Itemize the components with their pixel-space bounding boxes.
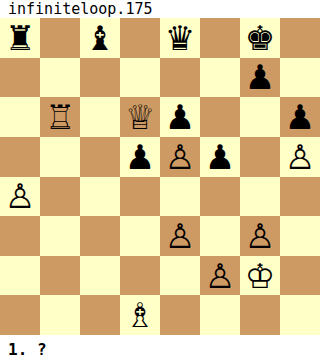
square-h1[interactable] <box>280 295 320 335</box>
piece-white-bishop: ♗ <box>125 298 155 332</box>
square-e8[interactable]: ♛ <box>160 18 200 58</box>
piece-black-king: ♚ <box>245 21 275 55</box>
square-c1[interactable] <box>80 295 120 335</box>
square-e1[interactable] <box>160 295 200 335</box>
square-a1[interactable] <box>0 295 40 335</box>
square-d4[interactable] <box>120 177 160 217</box>
square-g8[interactable]: ♚ <box>240 18 280 58</box>
square-c2[interactable] <box>80 256 120 296</box>
square-d8[interactable] <box>120 18 160 58</box>
piece-black-pawn: ♟ <box>165 100 195 134</box>
square-b8[interactable] <box>40 18 80 58</box>
square-a8[interactable]: ♜ <box>0 18 40 58</box>
square-a5[interactable] <box>0 137 40 177</box>
square-f5[interactable]: ♟ <box>200 137 240 177</box>
square-f4[interactable] <box>200 177 240 217</box>
piece-black-rook: ♜ <box>5 21 35 55</box>
piece-white-pawn: ♙ <box>245 219 275 253</box>
square-g3[interactable]: ♙ <box>240 216 280 256</box>
piece-black-pawn: ♟ <box>205 140 235 174</box>
square-e7[interactable] <box>160 58 200 98</box>
square-b2[interactable] <box>40 256 80 296</box>
square-b5[interactable] <box>40 137 80 177</box>
square-h5[interactable]: ♙ <box>280 137 320 177</box>
piece-black-pawn: ♟ <box>125 140 155 174</box>
square-g6[interactable] <box>240 97 280 137</box>
square-h8[interactable] <box>280 18 320 58</box>
piece-white-pawn: ♙ <box>165 219 195 253</box>
square-b7[interactable] <box>40 58 80 98</box>
square-g7[interactable]: ♟ <box>240 58 280 98</box>
piece-white-pawn: ♙ <box>165 140 195 174</box>
square-b3[interactable] <box>40 216 80 256</box>
piece-white-rook: ♖ <box>45 100 75 134</box>
square-g1[interactable] <box>240 295 280 335</box>
square-h2[interactable] <box>280 256 320 296</box>
square-a2[interactable] <box>0 256 40 296</box>
square-b6[interactable]: ♖ <box>40 97 80 137</box>
square-f8[interactable] <box>200 18 240 58</box>
square-d7[interactable] <box>120 58 160 98</box>
piece-white-pawn: ♙ <box>5 179 35 213</box>
piece-white-pawn: ♙ <box>285 140 315 174</box>
square-e4[interactable] <box>160 177 200 217</box>
square-f3[interactable] <box>200 216 240 256</box>
square-a3[interactable] <box>0 216 40 256</box>
square-e6[interactable]: ♟ <box>160 97 200 137</box>
square-c3[interactable] <box>80 216 120 256</box>
diagram-title: infiniteloop.175 <box>0 0 320 18</box>
square-h4[interactable] <box>280 177 320 217</box>
piece-white-pawn: ♙ <box>205 259 235 293</box>
chess-board: ♜♝♛♚♟♖♕♟♟♟♙♟♙♙♙♙♙♔♗ <box>0 18 320 335</box>
square-e5[interactable]: ♙ <box>160 137 200 177</box>
square-a4[interactable]: ♙ <box>0 177 40 217</box>
piece-black-pawn: ♟ <box>245 60 275 94</box>
square-a7[interactable] <box>0 58 40 98</box>
square-h7[interactable] <box>280 58 320 98</box>
piece-black-queen: ♛ <box>165 21 195 55</box>
square-e2[interactable] <box>160 256 200 296</box>
square-c6[interactable] <box>80 97 120 137</box>
square-c8[interactable]: ♝ <box>80 18 120 58</box>
square-d5[interactable]: ♟ <box>120 137 160 177</box>
square-f2[interactable]: ♙ <box>200 256 240 296</box>
square-d6[interactable]: ♕ <box>120 97 160 137</box>
square-c7[interactable] <box>80 58 120 98</box>
square-f1[interactable] <box>200 295 240 335</box>
square-h6[interactable]: ♟ <box>280 97 320 137</box>
square-g2[interactable]: ♔ <box>240 256 280 296</box>
square-c5[interactable] <box>80 137 120 177</box>
square-g4[interactable] <box>240 177 280 217</box>
square-d1[interactable]: ♗ <box>120 295 160 335</box>
square-d2[interactable] <box>120 256 160 296</box>
square-c4[interactable] <box>80 177 120 217</box>
square-g5[interactable] <box>240 137 280 177</box>
piece-white-king: ♔ <box>245 259 275 293</box>
square-f6[interactable] <box>200 97 240 137</box>
square-f7[interactable] <box>200 58 240 98</box>
move-prompt: 1. ? <box>0 340 320 359</box>
piece-white-queen: ♕ <box>125 100 155 134</box>
square-b1[interactable] <box>40 295 80 335</box>
piece-black-bishop: ♝ <box>85 21 115 55</box>
square-b4[interactable] <box>40 177 80 217</box>
square-h3[interactable] <box>280 216 320 256</box>
square-d3[interactable] <box>120 216 160 256</box>
square-e3[interactable]: ♙ <box>160 216 200 256</box>
piece-black-pawn: ♟ <box>285 100 315 134</box>
square-a6[interactable] <box>0 97 40 137</box>
